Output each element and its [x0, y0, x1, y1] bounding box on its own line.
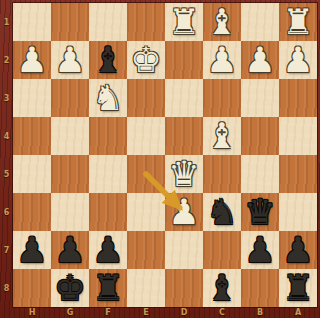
square-h3[interactable] — [13, 79, 51, 117]
file-label-g: G — [51, 307, 89, 318]
black-bishop-c8[interactable]: ♝ — [203, 269, 241, 307]
black-pawn-g7[interactable]: ♟ — [51, 231, 89, 269]
white-pawn-g2[interactable]: ♟ — [51, 41, 89, 79]
square-b5[interactable] — [241, 155, 279, 193]
square-a5[interactable] — [279, 155, 317, 193]
file-label-h: H — [13, 307, 51, 318]
chess-board: ♜♝♜♟♟♟♚♝♟♟♞♝♛♟♞♛♟♟♟♟♟♜♝♜♚ — [13, 3, 317, 307]
square-d4[interactable] — [165, 117, 203, 155]
square-e5[interactable] — [127, 155, 165, 193]
square-d2[interactable] — [165, 41, 203, 79]
rank-labels: 12345678 — [0, 3, 13, 307]
white-pawn-h2[interactable]: ♟ — [13, 41, 51, 79]
square-b8[interactable] — [241, 269, 279, 307]
square-g5[interactable] — [51, 155, 89, 193]
square-c3[interactable] — [203, 79, 241, 117]
white-pawn-a2[interactable]: ♟ — [279, 41, 317, 79]
white-rook-d1[interactable]: ♜ — [165, 3, 203, 41]
square-d7[interactable] — [165, 231, 203, 269]
file-labels: HGFEDCBA — [13, 307, 317, 318]
square-g1[interactable] — [51, 3, 89, 41]
square-g4[interactable] — [51, 117, 89, 155]
square-e6[interactable] — [127, 193, 165, 231]
square-b3[interactable] — [241, 79, 279, 117]
file-label-f: F — [89, 307, 127, 318]
square-e3[interactable] — [127, 79, 165, 117]
black-pawn-f7[interactable]: ♟ — [89, 231, 127, 269]
black-rook-a8[interactable]: ♜ — [279, 269, 317, 307]
rank-label-5: 5 — [0, 155, 13, 193]
black-bishop-f2[interactable]: ♝ — [89, 41, 127, 79]
black-pawn-h7[interactable]: ♟ — [13, 231, 51, 269]
square-h1[interactable] — [13, 3, 51, 41]
square-d8[interactable] — [165, 269, 203, 307]
rank-label-6: 6 — [0, 193, 13, 231]
square-c5[interactable] — [203, 155, 241, 193]
file-label-e: E — [127, 307, 165, 318]
rank-label-1: 1 — [0, 3, 13, 41]
file-label-c: C — [203, 307, 241, 318]
square-a3[interactable] — [279, 79, 317, 117]
square-g3[interactable] — [51, 79, 89, 117]
white-bishop-c4[interactable]: ♝ — [203, 117, 241, 155]
square-g6[interactable] — [51, 193, 89, 231]
white-queen-d5[interactable]: ♛ — [165, 155, 203, 193]
square-h6[interactable] — [13, 193, 51, 231]
white-pawn-c2[interactable]: ♟ — [203, 41, 241, 79]
square-d3[interactable] — [165, 79, 203, 117]
white-rook-a1[interactable]: ♜ — [279, 3, 317, 41]
black-pawn-b7[interactable]: ♟ — [241, 231, 279, 269]
white-pawn-d6[interactable]: ♟ — [165, 193, 203, 231]
white-pawn-b2[interactable]: ♟ — [241, 41, 279, 79]
square-e4[interactable] — [127, 117, 165, 155]
square-h8[interactable] — [13, 269, 51, 307]
rank-label-8: 8 — [0, 269, 13, 307]
file-label-b: B — [241, 307, 279, 318]
square-c7[interactable] — [203, 231, 241, 269]
rank-label-3: 3 — [0, 79, 13, 117]
square-f6[interactable] — [89, 193, 127, 231]
square-e8[interactable] — [127, 269, 165, 307]
white-knight-f3[interactable]: ♞ — [89, 79, 127, 117]
rank-label-7: 7 — [0, 231, 13, 269]
square-e7[interactable] — [127, 231, 165, 269]
white-bishop-c1[interactable]: ♝ — [203, 3, 241, 41]
square-f4[interactable] — [89, 117, 127, 155]
black-king-g8[interactable]: ♚ — [51, 269, 89, 307]
board-frame: 12345678 ♜♝♜♟♟♟♚♝♟♟♞♝♛♟♞♛♟♟♟♟♟♜♝♜♚ HGFED… — [0, 0, 320, 318]
square-a4[interactable] — [279, 117, 317, 155]
black-rook-f8[interactable]: ♜ — [89, 269, 127, 307]
square-h5[interactable] — [13, 155, 51, 193]
black-knight-c6[interactable]: ♞ — [203, 193, 241, 231]
square-e1[interactable] — [127, 3, 165, 41]
square-f5[interactable] — [89, 155, 127, 193]
rank-label-4: 4 — [0, 117, 13, 155]
square-b1[interactable] — [241, 3, 279, 41]
file-label-d: D — [165, 307, 203, 318]
square-h4[interactable] — [13, 117, 51, 155]
black-pawn-a7[interactable]: ♟ — [279, 231, 317, 269]
rank-label-2: 2 — [0, 41, 13, 79]
file-label-a: A — [279, 307, 317, 318]
square-b4[interactable] — [241, 117, 279, 155]
square-a6[interactable] — [279, 193, 317, 231]
black-queen-b6[interactable]: ♛ — [241, 193, 279, 231]
white-king-e2[interactable]: ♚ — [127, 41, 165, 79]
square-f1[interactable] — [89, 3, 127, 41]
